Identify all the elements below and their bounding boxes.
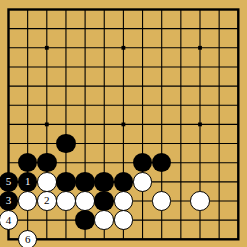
- move-number-label: 4: [6, 215, 12, 226]
- black-stone[interactable]: [18, 153, 38, 173]
- white-stone[interactable]: [94, 210, 114, 230]
- white-stone[interactable]: [75, 191, 95, 211]
- black-stone[interactable]: [133, 153, 153, 173]
- black-stone[interactable]: [94, 172, 114, 192]
- black-stone[interactable]: [94, 191, 114, 211]
- black-stone-move-1[interactable]: 1: [18, 172, 38, 192]
- white-stone[interactable]: [190, 191, 210, 211]
- white-stone[interactable]: [114, 191, 134, 211]
- black-stone-move-5[interactable]: 5: [0, 172, 18, 192]
- white-stone[interactable]: [133, 172, 153, 192]
- black-stone[interactable]: [75, 210, 95, 230]
- black-stone[interactable]: [37, 153, 57, 173]
- move-number-label: 5: [6, 176, 12, 187]
- white-stone[interactable]: [114, 210, 134, 230]
- white-stone[interactable]: [152, 191, 172, 211]
- white-stone[interactable]: [56, 191, 76, 211]
- black-stone-move-3[interactable]: 3: [0, 191, 18, 211]
- move-number-label: 6: [25, 234, 31, 245]
- go-board[interactable]: 513246: [0, 0, 247, 247]
- black-stone[interactable]: [152, 153, 172, 173]
- white-stone-move-4[interactable]: 4: [0, 210, 18, 230]
- stones-layer: 513246: [0, 0, 247, 247]
- white-stone[interactable]: [37, 172, 57, 192]
- move-number-label: 1: [25, 176, 31, 187]
- black-stone[interactable]: [114, 172, 134, 192]
- black-stone[interactable]: [56, 172, 76, 192]
- white-stone-move-2[interactable]: 2: [37, 191, 57, 211]
- white-stone-move-6[interactable]: 6: [18, 230, 38, 247]
- move-number-label: 2: [44, 195, 50, 206]
- black-stone[interactable]: [56, 134, 76, 154]
- move-number-label: 3: [6, 195, 12, 206]
- white-stone[interactable]: [18, 191, 38, 211]
- black-stone[interactable]: [75, 172, 95, 192]
